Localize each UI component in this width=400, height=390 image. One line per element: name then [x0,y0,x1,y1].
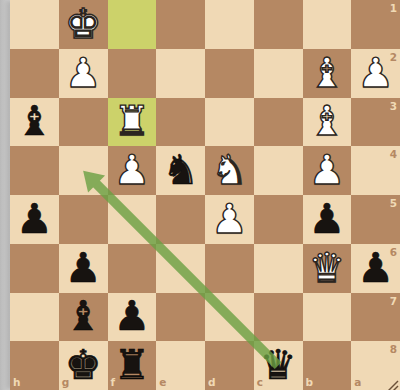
square-a7[interactable]: 7 [351,293,400,342]
square-c7[interactable] [254,293,303,342]
file-label-e: e [159,377,166,388]
white-pawn[interactable]: ♟ [351,49,400,98]
black-bishop[interactable]: ♝ [59,293,108,342]
square-f1[interactable] [108,0,157,49]
square-b2[interactable]: ♝ [303,49,352,98]
square-b8[interactable]: b [303,341,352,390]
file-label-b: b [306,377,314,388]
square-e3[interactable] [156,98,205,147]
board-squares: ♚1♟♝♟2♝♜♝3♟♞♞♟4♟♟♟5♟♛♟6♝♟7h♚g♜fed♛cba8 [10,0,400,390]
square-b1[interactable] [303,0,352,49]
square-f4[interactable]: ♟ [108,146,157,195]
square-g6[interactable]: ♟ [59,244,108,293]
square-h7[interactable] [10,293,59,342]
black-pawn[interactable]: ♟ [108,293,157,342]
square-g3[interactable] [59,98,108,147]
square-e8[interactable]: e [156,341,205,390]
square-a5[interactable]: 5 [351,195,400,244]
file-label-d: d [208,377,216,388]
square-e4[interactable]: ♞ [156,146,205,195]
rank-label-1: 1 [390,3,397,14]
square-b4[interactable]: ♟ [303,146,352,195]
square-f8[interactable]: ♜f [108,341,157,390]
square-e2[interactable] [156,49,205,98]
square-d3[interactable] [205,98,254,147]
white-bishop[interactable]: ♝ [303,98,352,147]
square-b6[interactable]: ♛ [303,244,352,293]
square-d6[interactable] [205,244,254,293]
square-d8[interactable]: d [205,341,254,390]
black-bishop[interactable]: ♝ [10,98,59,147]
white-pawn[interactable]: ♟ [303,146,352,195]
black-pawn[interactable]: ♟ [10,195,59,244]
square-g5[interactable] [59,195,108,244]
square-f3[interactable]: ♜ [108,98,157,147]
black-queen[interactable]: ♛ [254,341,303,390]
square-e5[interactable] [156,195,205,244]
square-d5[interactable]: ♟ [205,195,254,244]
square-d2[interactable] [205,49,254,98]
rank-label-3: 3 [390,101,397,112]
square-c4[interactable] [254,146,303,195]
black-pawn[interactable]: ♟ [303,195,352,244]
white-knight[interactable]: ♞ [205,146,254,195]
square-e1[interactable] [156,0,205,49]
square-c1[interactable] [254,0,303,49]
square-b3[interactable]: ♝ [303,98,352,147]
square-h8[interactable]: h [10,341,59,390]
square-a1[interactable]: 1 [351,0,400,49]
square-g8[interactable]: ♚g [59,341,108,390]
square-g4[interactable] [59,146,108,195]
square-f2[interactable] [108,49,157,98]
square-e6[interactable] [156,244,205,293]
square-a6[interactable]: ♟6 [351,244,400,293]
rank-label-4: 4 [390,149,397,160]
square-g7[interactable]: ♝ [59,293,108,342]
square-e7[interactable] [156,293,205,342]
square-a2[interactable]: ♟2 [351,49,400,98]
black-pawn[interactable]: ♟ [351,244,400,293]
square-h1[interactable] [10,0,59,49]
square-g2[interactable]: ♟ [59,49,108,98]
square-f7[interactable]: ♟ [108,293,157,342]
square-d4[interactable]: ♞ [205,146,254,195]
square-h2[interactable] [10,49,59,98]
square-c6[interactable] [254,244,303,293]
white-pawn[interactable]: ♟ [205,195,254,244]
square-h3[interactable]: ♝ [10,98,59,147]
square-c5[interactable] [254,195,303,244]
square-h5[interactable]: ♟ [10,195,59,244]
square-c8[interactable]: ♛c [254,341,303,390]
square-f5[interactable] [108,195,157,244]
square-d7[interactable] [205,293,254,342]
diagonal-resize-icon [387,380,399,390]
square-c3[interactable] [254,98,303,147]
white-bishop[interactable]: ♝ [303,49,352,98]
chess-board[interactable]: ♚1♟♝♟2♝♜♝3♟♞♞♟4♟♟♟5♟♛♟6♝♟7h♚g♜fed♛cba8 [10,0,400,390]
white-pawn[interactable]: ♟ [59,49,108,98]
black-rook[interactable]: ♜ [108,341,157,390]
file-label-a: a [354,377,361,388]
square-g1[interactable]: ♚ [59,0,108,49]
white-pawn[interactable]: ♟ [108,146,157,195]
black-king[interactable]: ♚ [59,341,108,390]
black-knight[interactable]: ♞ [156,146,205,195]
square-c2[interactable] [254,49,303,98]
square-f6[interactable] [108,244,157,293]
square-d1[interactable] [205,0,254,49]
file-label-h: h [13,377,20,388]
rank-label-8: 8 [390,344,397,355]
white-rook[interactable]: ♜ [108,98,157,147]
square-h4[interactable] [10,146,59,195]
rank-label-5: 5 [390,198,397,209]
white-queen[interactable]: ♛ [303,244,352,293]
board-resize-handle[interactable] [387,377,399,389]
square-b5[interactable]: ♟ [303,195,352,244]
white-king[interactable]: ♚ [59,0,108,49]
black-pawn[interactable]: ♟ [59,244,108,293]
square-h6[interactable] [10,244,59,293]
square-a4[interactable]: 4 [351,146,400,195]
square-a3[interactable]: 3 [351,98,400,147]
rank-label-7: 7 [390,296,397,307]
square-b7[interactable] [303,293,352,342]
